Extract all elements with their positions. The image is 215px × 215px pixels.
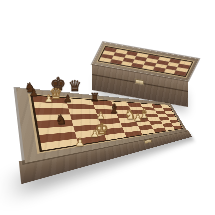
dark-bishop: ♝ xyxy=(108,102,120,115)
light-pawn: ♟ xyxy=(45,94,54,104)
dark-rook: ♜ xyxy=(90,92,100,103)
light-pawn: ♟ xyxy=(75,137,85,148)
light-pawn: ♟ xyxy=(134,113,143,123)
product-photo: ♚♞♛♟♛♜♟♟♝♝♞♟♟♞♚♟♟ xyxy=(0,0,215,215)
board-square xyxy=(173,125,182,129)
light-pawn: ♟ xyxy=(91,129,100,139)
board-clasp xyxy=(143,139,152,144)
board-square xyxy=(124,130,142,137)
dark-pawn: ♟ xyxy=(30,88,39,98)
box-clasp xyxy=(135,78,144,85)
dark-pawn: ♟ xyxy=(64,94,73,104)
box-square xyxy=(174,71,186,76)
dark-queen: ♛ xyxy=(68,79,81,94)
dark-knight: ♞ xyxy=(55,113,67,126)
